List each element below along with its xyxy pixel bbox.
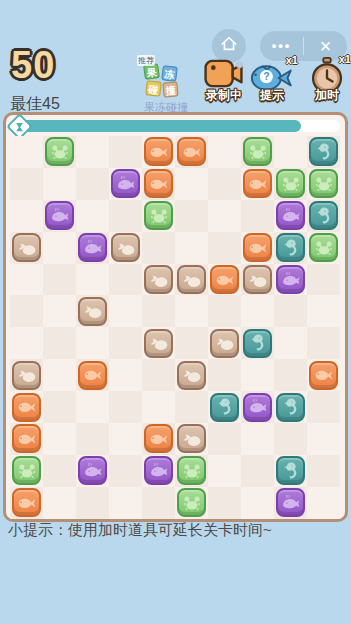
game-screen: 50 最佳45 ••• × 果 冻 碰 撞 推荐 果冻碰撞 录制中 ? x1 提… <box>0 0 351 624</box>
tile-teal-seahorse[interactable] <box>276 393 305 422</box>
cell-r12-c1 <box>10 487 43 519</box>
tile-tan-whale[interactable] <box>144 329 173 358</box>
tile-purple-whale[interactable] <box>276 265 305 294</box>
cell-r1-c7 <box>208 136 241 168</box>
cell-r12-c10 <box>307 487 340 519</box>
best-label: 最佳 <box>10 95 42 112</box>
cell-r6-c9 <box>274 295 307 327</box>
cell-r7-c5 <box>142 327 175 359</box>
board-grid <box>10 136 340 519</box>
cell-r11-c3 <box>76 455 109 487</box>
tile-orange-fish[interactable] <box>177 137 206 166</box>
tile-tan-whale[interactable] <box>210 329 239 358</box>
cell-r12-c5 <box>142 487 175 519</box>
promo-game-logo[interactable]: 果 冻 碰 撞 推荐 果冻碰撞 <box>137 55 195 113</box>
cell-r2-c6 <box>175 168 208 200</box>
cell-r3-c9 <box>274 200 307 232</box>
tile-purple-whale[interactable] <box>78 233 107 262</box>
tile-orange-fish[interactable] <box>12 424 41 453</box>
tile-tan-whale[interactable] <box>243 265 272 294</box>
cell-r1-c6 <box>175 136 208 168</box>
tile-orange-fish[interactable] <box>12 488 41 517</box>
cell-r9-c10 <box>307 391 340 423</box>
tile-tan-whale[interactable] <box>144 265 173 294</box>
cell-r6-c3 <box>76 295 109 327</box>
cell-r1-c9 <box>274 136 307 168</box>
cell-r7-c10 <box>307 327 340 359</box>
cell-r3-c7 <box>208 200 241 232</box>
cell-r8-c7 <box>208 359 241 391</box>
cell-r6-c10 <box>307 295 340 327</box>
cell-r4-c9 <box>274 232 307 264</box>
cell-r6-c7 <box>208 295 241 327</box>
cell-r12-c9 <box>274 487 307 519</box>
tile-orange-fish[interactable] <box>144 137 173 166</box>
cell-r11-c8 <box>241 455 274 487</box>
cell-r4-c5 <box>142 232 175 264</box>
tile-teal-seahorse[interactable] <box>243 329 272 358</box>
hint-count-badge: x1 <box>286 54 298 66</box>
tile-green-crab[interactable] <box>309 233 338 262</box>
cell-r5-c9 <box>274 264 307 296</box>
cell-r10-c1 <box>10 423 43 455</box>
cell-r6-c2 <box>43 295 76 327</box>
tile-tan-whale[interactable] <box>12 233 41 262</box>
tile-green-crab[interactable] <box>309 169 338 198</box>
tile-teal-seahorse[interactable] <box>309 137 338 166</box>
cell-r12-c3 <box>76 487 109 519</box>
cell-r5-c8 <box>241 264 274 296</box>
tile-green-crab[interactable] <box>144 201 173 230</box>
hint-button-label: 提示 <box>248 87 296 104</box>
cell-r7-c2 <box>43 327 76 359</box>
cell-r7-c3 <box>76 327 109 359</box>
tile-orange-fish[interactable] <box>243 233 272 262</box>
cell-r11-c1 <box>10 455 43 487</box>
cell-r9-c8 <box>241 391 274 423</box>
footer-tip: 小提示：使用加时道具可延长关卡时间~ <box>8 521 272 540</box>
tile-orange-fish[interactable] <box>144 424 173 453</box>
cell-r2-c2 <box>43 168 76 200</box>
tile-green-crab[interactable] <box>12 456 41 485</box>
cell-r2-c3 <box>76 168 109 200</box>
cell-r4-c10 <box>307 232 340 264</box>
cell-r11-c7 <box>208 455 241 487</box>
cell-r10-c4 <box>109 423 142 455</box>
tile-purple-whale[interactable] <box>78 456 107 485</box>
tile-green-crab[interactable] <box>243 137 272 166</box>
cell-r5-c10 <box>307 264 340 296</box>
cell-r9-c9 <box>274 391 307 423</box>
time-progress-bar <box>14 120 340 132</box>
tile-teal-seahorse[interactable] <box>210 393 239 422</box>
tile-purple-whale[interactable] <box>111 169 140 198</box>
svg-text:?: ? <box>263 71 269 82</box>
tile-purple-whale[interactable] <box>45 201 74 230</box>
cell-r6-c1 <box>10 295 43 327</box>
tile-tan-whale[interactable] <box>111 233 140 262</box>
cell-r4-c2 <box>43 232 76 264</box>
best-value: 45 <box>42 95 60 112</box>
cell-r11-c9 <box>274 455 307 487</box>
cell-r11-c5 <box>142 455 175 487</box>
cell-r4-c3 <box>76 232 109 264</box>
cell-r7-c1 <box>10 327 43 359</box>
cell-r6-c6 <box>175 295 208 327</box>
game-board <box>3 112 348 522</box>
cell-r9-c3 <box>76 391 109 423</box>
cell-r6-c5 <box>142 295 175 327</box>
cell-r2-c1 <box>10 168 43 200</box>
cell-r4-c1 <box>10 232 43 264</box>
addtime-button[interactable]: x1 加时 <box>305 53 349 104</box>
cell-r5-c7 <box>208 264 241 296</box>
cell-r1-c1 <box>10 136 43 168</box>
cell-r1-c3 <box>76 136 109 168</box>
tile-orange-fish[interactable] <box>210 265 239 294</box>
logo-recommend-tag: 推荐 <box>137 55 155 66</box>
cell-r2-c8 <box>241 168 274 200</box>
cell-r12-c6 <box>175 487 208 519</box>
tile-orange-fish[interactable] <box>144 169 173 198</box>
cell-r8-c2 <box>43 359 76 391</box>
cell-r12-c4 <box>109 487 142 519</box>
cell-r12-c7 <box>208 487 241 519</box>
cell-r3-c5 <box>142 200 175 232</box>
cell-r3-c10 <box>307 200 340 232</box>
cell-r10-c10 <box>307 423 340 455</box>
cell-r1-c8 <box>241 136 274 168</box>
cell-r8-c10 <box>307 359 340 391</box>
logo-tile-2: 冻 <box>161 65 178 82</box>
tile-tan-whale[interactable] <box>177 265 206 294</box>
cell-r9-c1 <box>10 391 43 423</box>
cell-r2-c10 <box>307 168 340 200</box>
cell-r7-c7 <box>208 327 241 359</box>
cell-r4-c4 <box>109 232 142 264</box>
cell-r8-c6 <box>175 359 208 391</box>
score-value: 50 <box>11 44 55 87</box>
cell-r2-c4 <box>109 168 142 200</box>
home-icon <box>219 34 239 58</box>
cell-r8-c8 <box>241 359 274 391</box>
tile-purple-whale[interactable] <box>276 201 305 230</box>
cell-r5-c6 <box>175 264 208 296</box>
tile-tan-whale[interactable] <box>177 361 206 390</box>
logo-tile-4: 撞 <box>162 81 178 97</box>
cell-r7-c8 <box>241 327 274 359</box>
cell-r3-c1 <box>10 200 43 232</box>
cell-r10-c5 <box>142 423 175 455</box>
tile-orange-fish[interactable] <box>309 361 338 390</box>
cell-r7-c6 <box>175 327 208 359</box>
cell-r8-c4 <box>109 359 142 391</box>
tile-green-crab[interactable] <box>276 169 305 198</box>
tile-teal-seahorse[interactable] <box>276 456 305 485</box>
cell-r12-c2 <box>43 487 76 519</box>
cell-r3-c2 <box>43 200 76 232</box>
cell-r10-c6 <box>175 423 208 455</box>
tile-purple-whale[interactable] <box>276 488 305 517</box>
cell-r6-c4 <box>109 295 142 327</box>
cell-r11-c10 <box>307 455 340 487</box>
tile-tan-whale[interactable] <box>177 424 206 453</box>
cell-r7-c4 <box>109 327 142 359</box>
cell-r11-c6 <box>175 455 208 487</box>
cell-r8-c1 <box>10 359 43 391</box>
cell-r10-c3 <box>76 423 109 455</box>
tile-tan-whale[interactable] <box>78 297 107 326</box>
cell-r8-c5 <box>142 359 175 391</box>
cell-r9-c6 <box>175 391 208 423</box>
cell-r8-c9 <box>274 359 307 391</box>
cell-r1-c10 <box>307 136 340 168</box>
tile-green-crab[interactable] <box>177 456 206 485</box>
cell-r6-c8 <box>241 295 274 327</box>
record-indicator-dot <box>236 61 243 68</box>
cell-r8-c3 <box>76 359 109 391</box>
cell-r9-c4 <box>109 391 142 423</box>
cell-r4-c7 <box>208 232 241 264</box>
cell-r9-c7 <box>208 391 241 423</box>
cell-r12-c8 <box>241 487 274 519</box>
tile-orange-fish[interactable] <box>78 361 107 390</box>
cell-r4-c8 <box>241 232 274 264</box>
cell-r2-c9 <box>274 168 307 200</box>
cell-r5-c5 <box>142 264 175 296</box>
cell-r1-c4 <box>109 136 142 168</box>
cell-r5-c1 <box>10 264 43 296</box>
cell-r10-c8 <box>241 423 274 455</box>
tile-green-crab[interactable] <box>177 488 206 517</box>
tile-purple-whale[interactable] <box>144 456 173 485</box>
cell-r3-c4 <box>109 200 142 232</box>
tile-green-crab[interactable] <box>45 137 74 166</box>
cell-r10-c9 <box>274 423 307 455</box>
tile-teal-seahorse[interactable] <box>276 233 305 262</box>
cell-r3-c8 <box>241 200 274 232</box>
cell-r2-c5 <box>142 168 175 200</box>
cell-r10-c7 <box>208 423 241 455</box>
cell-r4-c6 <box>175 232 208 264</box>
logo-tile-3: 碰 <box>145 80 161 96</box>
addtime-button-label: 加时 <box>305 87 349 104</box>
cell-r1-c5 <box>142 136 175 168</box>
cell-r11-c4 <box>109 455 142 487</box>
cell-r7-c9 <box>274 327 307 359</box>
cell-r9-c2 <box>43 391 76 423</box>
cell-r2-c7 <box>208 168 241 200</box>
cell-r9-c5 <box>142 391 175 423</box>
tile-tan-whale[interactable] <box>12 361 41 390</box>
cell-r5-c4 <box>109 264 142 296</box>
record-button-label: 录制中 <box>203 87 245 104</box>
cell-r1-c2 <box>43 136 76 168</box>
tile-orange-fish[interactable] <box>12 393 41 422</box>
cell-r3-c3 <box>76 200 109 232</box>
cell-r10-c2 <box>43 423 76 455</box>
cell-r5-c3 <box>76 264 109 296</box>
cell-r11-c2 <box>43 455 76 487</box>
time-progress-fill <box>14 120 301 132</box>
cell-r5-c2 <box>43 264 76 296</box>
cell-r3-c6 <box>175 200 208 232</box>
addtime-count-badge: x1 <box>339 53 351 65</box>
tile-teal-seahorse[interactable] <box>309 201 338 230</box>
tile-purple-whale[interactable] <box>243 393 272 422</box>
tile-orange-fish[interactable] <box>243 169 272 198</box>
hint-button[interactable]: ? x1 提示 <box>248 54 296 104</box>
